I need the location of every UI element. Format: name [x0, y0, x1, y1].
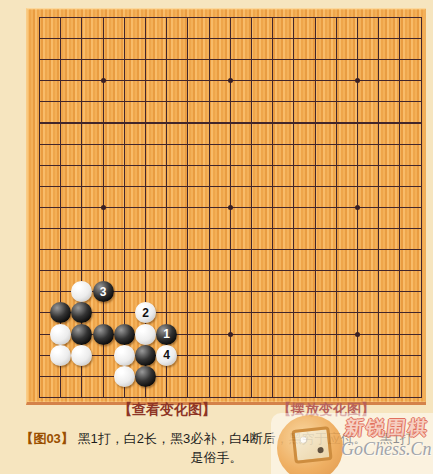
stone-white-F4[interactable] — [135, 324, 156, 345]
diagram-caption-text: 黑1打，白2长，黑3必补，白4断后，黑穷于应付。 黑1打是俗手。 — [77, 431, 412, 465]
star-point — [355, 332, 360, 337]
go-board-grid[interactable]: 3214 — [39, 17, 422, 398]
stone-white-B3[interactable] — [50, 345, 71, 366]
stone-black-D6[interactable]: 3 — [93, 281, 114, 302]
stone-white-C6[interactable] — [71, 281, 92, 302]
stone-white-B4[interactable] — [50, 324, 71, 345]
star-point — [101, 205, 106, 210]
star-point — [228, 78, 233, 83]
star-point — [228, 205, 233, 210]
stone-white-E3[interactable] — [114, 345, 135, 366]
place-variation-link[interactable]: 【摆放变化图】 — [277, 401, 375, 419]
stone-black-F3[interactable] — [135, 345, 156, 366]
star-point — [228, 332, 233, 337]
stone-white-G3[interactable]: 4 — [156, 345, 177, 366]
stone-black-C5[interactable] — [71, 302, 92, 323]
stone-white-E2[interactable] — [114, 366, 135, 387]
star-point — [355, 205, 360, 210]
stone-black-F2[interactable] — [135, 366, 156, 387]
stone-white-C3[interactable] — [71, 345, 92, 366]
diagram-caption: 【图03】 黑1打，白2长，黑3必补，白4断后，黑穷于应付。 黑1打是俗手。 — [14, 429, 419, 467]
view-variation-link[interactable]: 【查看变化图】 — [118, 401, 216, 419]
diagram-number-label: 【图03】 — [20, 431, 73, 446]
stone-black-G4[interactable]: 1 — [156, 324, 177, 345]
star-point — [355, 78, 360, 83]
stone-black-D4[interactable] — [93, 324, 114, 345]
star-point — [101, 78, 106, 83]
stone-white-F5[interactable]: 2 — [135, 302, 156, 323]
stone-black-C4[interactable] — [71, 324, 92, 345]
go-board[interactable]: 3214 — [26, 8, 426, 405]
stone-black-B5[interactable] — [50, 302, 71, 323]
stone-black-E4[interactable] — [114, 324, 135, 345]
